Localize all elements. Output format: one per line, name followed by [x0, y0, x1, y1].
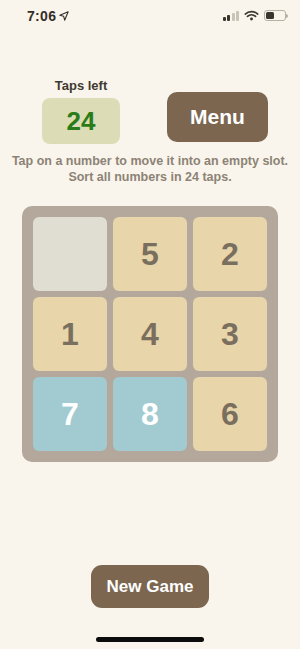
tile-7[interactable]: 7 [33, 377, 107, 451]
wifi-icon [244, 10, 259, 21]
home-indicator[interactable] [96, 637, 204, 642]
instructions-text: Tap on a number to move it into an empty… [0, 153, 300, 185]
tile-3[interactable]: 3 [193, 297, 267, 371]
tile-8[interactable]: 8 [113, 377, 187, 451]
tile-6[interactable]: 6 [193, 377, 267, 451]
menu-button[interactable]: Menu [167, 92, 268, 142]
empty-slot [33, 217, 107, 291]
new-game-button[interactable]: New Game [91, 565, 209, 608]
status-bar: 7:06 [0, 0, 300, 32]
tile-4[interactable]: 4 [113, 297, 187, 371]
battery-icon [264, 10, 286, 21]
clock-text: 7:06 [27, 8, 56, 24]
instructions-line-2: Sort all numbers in 24 taps. [0, 169, 300, 185]
tile-5[interactable]: 5 [113, 217, 187, 291]
taps-left-value: 24 [67, 106, 96, 137]
location-arrow-icon [59, 11, 69, 21]
cellular-signal-icon [223, 11, 240, 21]
tile-1[interactable]: 1 [33, 297, 107, 371]
taps-left-label: Taps left [42, 78, 120, 93]
status-time: 7:06 [27, 8, 69, 24]
puzzle-board: 52143786 [22, 206, 278, 462]
taps-left-counter: 24 [42, 98, 120, 144]
tile-2[interactable]: 2 [193, 217, 267, 291]
instructions-line-1: Tap on a number to move it into an empty… [0, 153, 300, 169]
